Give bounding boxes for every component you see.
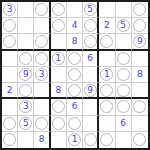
odd-circle (35, 35, 48, 48)
cell-r5c3[interactable]: 8 (51, 83, 67, 99)
given-digit: 1 (104, 70, 110, 79)
odd-circle (100, 35, 113, 48)
cell-r3c2[interactable] (34, 51, 50, 67)
odd-circle (133, 133, 146, 146)
given-digit: 1 (55, 54, 61, 63)
cell-r5c6[interactable] (99, 83, 115, 99)
cell-r1c6[interactable]: 2 (99, 18, 115, 34)
cell-r6c0[interactable] (2, 99, 18, 115)
given-digit: 8 (72, 37, 78, 46)
given-digit: 9 (137, 37, 143, 46)
cell-r5c5[interactable]: 9 (83, 83, 99, 99)
odd-circle (3, 117, 16, 130)
cell-r8c1[interactable] (18, 132, 34, 148)
cell-r1c4[interactable]: 4 (67, 18, 83, 34)
cell-r3c5[interactable]: 6 (83, 51, 99, 67)
cell-r6c5[interactable] (83, 99, 99, 115)
cell-r6c4[interactable]: 6 (67, 99, 83, 115)
given-digit: 8 (55, 86, 61, 95)
given-digit: 3 (23, 102, 29, 111)
cell-r6c2[interactable] (34, 99, 50, 115)
odd-circle (117, 68, 130, 81)
odd-circle (117, 100, 130, 113)
cell-r6c7[interactable] (116, 99, 132, 115)
cell-r6c8[interactable] (132, 99, 148, 115)
cell-r7c7[interactable]: 6 (116, 116, 132, 132)
odd-circle (133, 3, 146, 16)
given-digit: 8 (137, 70, 143, 79)
cell-r7c6[interactable] (99, 116, 115, 132)
cell-r0c0[interactable]: 3 (2, 2, 18, 18)
cell-r2c1[interactable] (18, 34, 34, 50)
cell-r0c6[interactable] (99, 2, 115, 18)
odd-circle (52, 19, 65, 32)
cell-r5c1[interactable] (18, 83, 34, 99)
given-digit: 5 (87, 5, 93, 14)
cell-r6c1[interactable]: 3 (18, 99, 34, 115)
odd-circle (3, 35, 16, 48)
odd-circle (3, 133, 16, 146)
cell-r2c5[interactable] (83, 34, 99, 50)
cell-r4c2[interactable]: 3 (34, 67, 50, 83)
cell-r2c2[interactable] (34, 34, 50, 50)
cell-r8c8[interactable] (132, 132, 148, 148)
odd-circle (52, 117, 65, 130)
odd-circle (19, 84, 32, 97)
odd-circle (35, 117, 48, 130)
odd-circle (68, 117, 81, 130)
given-digit: 9 (87, 86, 93, 95)
cell-r1c8[interactable] (132, 18, 148, 34)
cell-r0c1[interactable] (18, 2, 34, 18)
odd-circle (100, 100, 113, 113)
cell-r7c3[interactable] (51, 116, 67, 132)
given-digit: 6 (87, 54, 93, 63)
cell-r0c8[interactable] (132, 2, 148, 18)
odd-circle (84, 133, 97, 146)
odd-circle (35, 3, 48, 16)
cell-r2c3[interactable] (51, 34, 67, 50)
given-digit: 5 (120, 21, 126, 30)
cell-r8c4[interactable]: 1 (67, 132, 83, 148)
cell-r1c2[interactable] (34, 18, 50, 34)
cell-r3c3[interactable]: 1 (51, 51, 67, 67)
cell-r3c6[interactable] (99, 51, 115, 67)
given-digit: 4 (72, 21, 78, 30)
odd-circle (117, 84, 130, 97)
cell-r3c4[interactable] (67, 51, 83, 67)
cell-r0c5[interactable]: 5 (83, 2, 99, 18)
given-digit: 5 (23, 119, 29, 128)
cell-r8c3[interactable] (51, 132, 67, 148)
cell-r2c0[interactable] (2, 34, 18, 50)
cell-r8c7[interactable] (116, 132, 132, 148)
cell-r8c6[interactable] (99, 132, 115, 148)
cell-r3c7[interactable] (116, 51, 132, 67)
cell-r0c2[interactable] (34, 2, 50, 18)
cell-r0c3[interactable] (51, 2, 67, 18)
odd-circle (100, 133, 113, 146)
cell-r5c2[interactable] (34, 83, 50, 99)
odd-circle (3, 19, 16, 32)
odd-circle (52, 100, 65, 113)
odd-circle (133, 19, 146, 32)
odd-circle (84, 19, 97, 32)
cell-r1c7[interactable]: 5 (116, 18, 132, 34)
cell-r2c7[interactable] (116, 34, 132, 50)
given-digit: 9 (23, 70, 29, 79)
cell-r5c4[interactable] (67, 83, 83, 99)
odd-circle (117, 52, 130, 65)
cell-r1c1[interactable] (18, 18, 34, 34)
given-digit: 1 (72, 135, 78, 144)
given-digit: 3 (39, 70, 45, 79)
odd-circle (100, 84, 113, 97)
cell-r7c1[interactable]: 5 (18, 116, 34, 132)
given-digit: 2 (7, 86, 13, 95)
given-digit: 6 (120, 119, 126, 128)
cell-r4c5[interactable] (83, 67, 99, 83)
cell-r3c1[interactable] (18, 51, 34, 67)
odd-circle (68, 84, 81, 97)
cell-r4c3[interactable] (51, 67, 67, 83)
cell-r7c0[interactable] (2, 116, 18, 132)
cell-r7c4[interactable] (67, 116, 83, 132)
cell-r0c4[interactable] (67, 2, 83, 18)
cell-r2c4[interactable]: 8 (67, 34, 83, 50)
odd-circle (68, 68, 81, 81)
sudoku-board: 3542589169318289365681 (0, 0, 150, 150)
given-digit: 8 (39, 135, 45, 144)
odd-circle (68, 52, 81, 65)
given-digit: 6 (72, 102, 78, 111)
cell-r4c0[interactable] (2, 67, 18, 83)
given-digit: 3 (7, 5, 13, 14)
odd-circle (84, 35, 97, 48)
cell-r6c3[interactable] (51, 99, 67, 115)
cell-r5c0[interactable]: 2 (2, 83, 18, 99)
cell-r4c4[interactable] (67, 67, 83, 83)
cell-r2c8[interactable]: 9 (132, 34, 148, 50)
cell-r4c8[interactable]: 8 (132, 67, 148, 83)
cell-r5c7[interactable] (116, 83, 132, 99)
cell-r4c6[interactable]: 1 (99, 67, 115, 83)
cell-r7c2[interactable] (34, 116, 50, 132)
cell-r3c8[interactable] (132, 51, 148, 67)
cell-r7c8[interactable] (132, 116, 148, 132)
cell-r2c6[interactable] (99, 34, 115, 50)
cell-r3c0[interactable] (2, 51, 18, 67)
odd-circle (35, 52, 48, 65)
cell-r5c8[interactable] (132, 83, 148, 99)
cell-r8c2[interactable]: 8 (34, 132, 50, 148)
odd-circle (133, 100, 146, 113)
cell-r1c5[interactable] (83, 18, 99, 34)
odd-circle (19, 52, 32, 65)
cell-r0c7[interactable] (116, 2, 132, 18)
given-digit: 2 (104, 21, 110, 30)
cell-r8c5[interactable] (83, 132, 99, 148)
cell-r6c6[interactable] (99, 99, 115, 115)
cell-r8c0[interactable] (2, 132, 18, 148)
cell-r4c7[interactable] (116, 67, 132, 83)
cell-r1c0[interactable] (2, 18, 18, 34)
cell-r7c5[interactable] (83, 116, 99, 132)
cell-r1c3[interactable] (51, 18, 67, 34)
cell-r4c1[interactable]: 9 (18, 67, 34, 83)
odd-circle (52, 3, 65, 16)
